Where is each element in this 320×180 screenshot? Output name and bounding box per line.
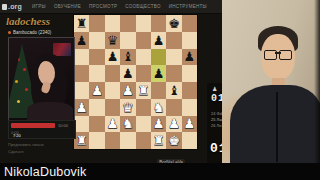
black-bishop-g4: ♝: [168, 84, 180, 97]
jacket-zipper: [276, 92, 278, 162]
lichess-logo-icon: [2, 4, 7, 10]
square-b6[interactable]: [89, 49, 104, 66]
host-jacket: [230, 85, 320, 163]
left-info-card: 7:20 10:00 0:00: [8, 120, 76, 139]
square-b1[interactable]: [89, 132, 104, 149]
square-f5[interactable]: ♟: [151, 65, 166, 82]
menu-item-0[interactable]: ИГРЫ: [32, 4, 46, 9]
black-pawn-c6: ♟: [107, 50, 119, 63]
square-h7[interactable]: [182, 32, 197, 49]
square-h6[interactable]: ♟: [182, 49, 197, 66]
player-tag-text: Bambucado (2340): [13, 30, 51, 35]
chess-board[interactable]: ♜♚♟♛♟♟♝♟♟♟♟♟♜♝♟♛♞♟♞♟♟♟♜♜♚: [74, 15, 197, 149]
square-b5[interactable]: [89, 65, 104, 82]
black-pawn-f5: ♟: [153, 67, 165, 80]
square-f4[interactable]: [151, 82, 166, 99]
square-c1[interactable]: [105, 132, 120, 149]
square-b8[interactable]: [89, 15, 104, 32]
square-e2[interactable]: [136, 116, 151, 133]
total-time-text: 10:00: [58, 123, 68, 128]
white-rook-a1: ♜: [76, 134, 88, 147]
square-d3[interactable]: ♛: [120, 99, 135, 116]
square-e3[interactable]: [136, 99, 151, 116]
black-queen-c7: ♛: [107, 34, 119, 47]
white-knight-f3: ♞: [153, 101, 165, 114]
square-h8[interactable]: [182, 15, 197, 32]
glasses-icon: [264, 50, 292, 59]
white-pawn-b4: ♟: [91, 84, 103, 97]
menu-item-2[interactable]: ПРОСМОТР: [89, 4, 117, 9]
white-pawn-a3: ♟: [76, 101, 88, 114]
square-c6[interactable]: ♟: [105, 49, 120, 66]
square-d8[interactable]: [120, 15, 135, 32]
frame-edge-shadow: [314, 0, 320, 163]
square-c5[interactable]: [105, 65, 120, 82]
square-a3[interactable]: ♟: [74, 99, 89, 116]
square-e7[interactable]: [136, 32, 151, 49]
square-e8[interactable]: [136, 15, 151, 32]
header-menu: ИГРЫОБУЧЕНИЕПРОСМОТРСООБЩЕСТВОИНСТРУМЕНТ…: [32, 4, 207, 9]
square-b3[interactable]: [89, 99, 104, 116]
menu-item-4[interactable]: ИНСТРУМЕНТЫ: [169, 4, 207, 9]
white-knight-d2: ♞: [122, 117, 134, 130]
black-rook-a8: ♜: [76, 17, 88, 30]
square-a7[interactable]: ♟: [74, 32, 89, 49]
caption-text: NikolaDubovik: [4, 165, 87, 179]
white-pawn-h2: ♟: [184, 117, 196, 130]
black-king-g8: ♚: [168, 17, 180, 30]
left-webcam: [8, 37, 75, 122]
square-g8[interactable]: ♚: [166, 15, 181, 32]
square-g3[interactable]: [166, 99, 181, 116]
square-a2[interactable]: [74, 116, 89, 133]
black-pawn-d5: ♟: [122, 67, 134, 80]
square-a4[interactable]: [74, 82, 89, 99]
caption-bar: NikolaDubovik: [0, 163, 320, 180]
square-d5[interactable]: ♟: [120, 65, 135, 82]
black-pawn-h6: ♟: [184, 50, 196, 63]
square-d6[interactable]: ♝: [120, 49, 135, 66]
white-pawn-g2: ♟: [168, 117, 180, 130]
menu-item-1[interactable]: ОБУЧЕНИЕ: [54, 4, 81, 9]
action-button-0[interactable]: Предложить ничью: [8, 141, 72, 148]
black-pawn-a7: ♟: [76, 34, 88, 47]
square-e1[interactable]: [136, 132, 151, 149]
square-f6[interactable]: [151, 49, 166, 66]
square-b4[interactable]: ♟: [89, 82, 104, 99]
white-pawn-c2: ♟: [107, 117, 119, 130]
square-b7[interactable]: [89, 32, 104, 49]
square-g2[interactable]: ♟: [166, 116, 181, 133]
time-progress-bar: 7:20: [11, 123, 55, 128]
white-rook-f1: ♜: [153, 134, 165, 147]
right-webcam: [222, 0, 320, 163]
black-pawn-f7: ♟: [153, 34, 165, 47]
square-f8[interactable]: [151, 15, 166, 32]
white-rook-e4: ♜: [137, 84, 149, 97]
square-d2[interactable]: ♞: [120, 116, 135, 133]
square-g5[interactable]: [166, 65, 181, 82]
white-pawn-d4: ♟: [122, 84, 134, 97]
square-g4[interactable]: ♝: [166, 82, 181, 99]
square-c7[interactable]: ♛: [105, 32, 120, 49]
square-a8[interactable]: ♜: [74, 15, 89, 32]
white-queen-d3: ♛: [122, 101, 134, 114]
square-d1[interactable]: [120, 132, 135, 149]
square-h5[interactable]: [182, 65, 197, 82]
square-b2[interactable]: [89, 116, 104, 133]
black-bishop-d6: ♝: [122, 50, 134, 63]
stream-logo: ladochess: [6, 14, 76, 29]
square-h1[interactable]: [182, 132, 197, 149]
square-h4[interactable]: [182, 82, 197, 99]
square-f3[interactable]: ♞: [151, 99, 166, 116]
lichess-header: .org ИГРЫОБУЧЕНИЕПРОСМОТРСООБЩЕСТВОИНСТР…: [0, 0, 222, 14]
white-pawn-f2: ♟: [153, 117, 165, 130]
player-tag: Bambucado (2340): [8, 30, 51, 35]
stream-frame: .org ИГРЫОБУЧЕНИЕПРОСМОТРСООБЩЕСТВОИНСТР…: [0, 0, 320, 180]
background-screen: [53, 43, 71, 56]
square-g1[interactable]: ♚: [166, 132, 181, 149]
square-d4[interactable]: ♟: [120, 82, 135, 99]
game-action-buttons: Предложить ничьюСдаться: [8, 141, 72, 155]
menu-item-3[interactable]: СООБЩЕСТВО: [125, 4, 161, 9]
square-c4[interactable]: [105, 82, 120, 99]
tree-ornaments: [17, 58, 20, 61]
lichess-logo[interactable]: .org: [2, 3, 22, 10]
player-flair-icon: [8, 31, 11, 34]
square-f2[interactable]: ♟: [151, 116, 166, 133]
lichess-logo-text: .org: [8, 3, 22, 10]
square-h2[interactable]: ♟: [182, 116, 197, 133]
square-a5[interactable]: [74, 65, 89, 82]
square-a6[interactable]: [74, 49, 89, 66]
square-d7[interactable]: [120, 32, 135, 49]
sub-time-text: 0:00: [11, 130, 19, 135]
square-c8[interactable]: [105, 15, 120, 32]
square-g7[interactable]: [166, 32, 181, 49]
square-c2[interactable]: ♟: [105, 116, 120, 133]
square-f7[interactable]: ♟: [151, 32, 166, 49]
square-f1[interactable]: ♜: [151, 132, 166, 149]
square-h3[interactable]: [182, 99, 197, 116]
square-e4[interactable]: ♜: [136, 82, 151, 99]
square-c3[interactable]: [105, 99, 120, 116]
square-e5[interactable]: [136, 65, 151, 82]
white-king-g1: ♚: [168, 134, 180, 147]
square-a1[interactable]: ♜: [74, 132, 89, 149]
action-button-1[interactable]: Сдаться: [8, 148, 72, 155]
square-g6[interactable]: [166, 49, 181, 66]
streamer-body: [27, 102, 73, 122]
square-e6[interactable]: [136, 49, 151, 66]
